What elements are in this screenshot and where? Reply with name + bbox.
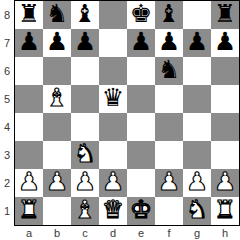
- square-d8[interactable]: [99, 1, 127, 29]
- square-d5[interactable]: ♛: [99, 85, 127, 113]
- square-d6[interactable]: [99, 57, 127, 85]
- rank-label-3: 3: [0, 141, 14, 169]
- rank-label-2: 2: [0, 169, 14, 197]
- square-e6[interactable]: [127, 57, 155, 85]
- file-label-f: f: [155, 225, 183, 240]
- square-h5[interactable]: [211, 85, 239, 113]
- white-pawn-f2[interactable]: ♟: [158, 169, 180, 196]
- square-e8[interactable]: ♚: [127, 1, 155, 29]
- white-king-e1[interactable]: ♚: [130, 197, 152, 224]
- square-f2[interactable]: ♟: [155, 169, 183, 197]
- square-g3[interactable]: [183, 141, 211, 169]
- file-label-a: a: [15, 225, 43, 240]
- square-a1[interactable]: ♜: [15, 197, 43, 225]
- black-pawn-h7[interactable]: ♟: [214, 29, 236, 56]
- square-d7[interactable]: [99, 29, 127, 57]
- square-h1[interactable]: ♜: [211, 197, 239, 225]
- rank-label-5: 5: [0, 85, 14, 113]
- black-rook-a8[interactable]: ♜: [18, 1, 40, 28]
- square-b5[interactable]: ♝: [43, 85, 71, 113]
- square-f4[interactable]: [155, 113, 183, 141]
- square-h8[interactable]: ♜: [211, 1, 239, 29]
- rank-label-6: 6: [0, 57, 14, 85]
- chess-diagram: 87654321 ♜♞♝♚♝♜♟♟♟♟♟♟♟♞♝♛♞♟♟♟♟♟♟♟♜♝♛♚♞♜ …: [0, 0, 240, 240]
- white-bishop-c1[interactable]: ♝: [74, 197, 96, 224]
- white-pawn-h2[interactable]: ♟: [214, 169, 236, 196]
- black-knight-f6[interactable]: ♞: [158, 57, 180, 84]
- black-king-e8[interactable]: ♚: [130, 1, 152, 28]
- square-b2[interactable]: ♟: [43, 169, 71, 197]
- white-pawn-c2[interactable]: ♟: [74, 169, 96, 196]
- square-f7[interactable]: ♟: [155, 29, 183, 57]
- black-pawn-g7[interactable]: ♟: [186, 29, 208, 56]
- black-knight-b8[interactable]: ♞: [46, 1, 68, 28]
- square-c6[interactable]: [71, 57, 99, 85]
- square-f1[interactable]: [155, 197, 183, 225]
- square-a3[interactable]: [15, 141, 43, 169]
- square-a6[interactable]: [15, 57, 43, 85]
- file-label-h: h: [211, 225, 239, 240]
- square-a8[interactable]: ♜: [15, 1, 43, 29]
- square-a5[interactable]: [15, 85, 43, 113]
- black-queen-d5[interactable]: ♛: [102, 85, 124, 112]
- white-pawn-b2[interactable]: ♟: [46, 169, 68, 196]
- board-frame: ♜♞♝♚♝♜♟♟♟♟♟♟♟♞♝♛♞♟♟♟♟♟♟♟♜♝♛♚♞♜: [14, 0, 240, 226]
- black-pawn-e7[interactable]: ♟: [130, 29, 152, 56]
- square-c8[interactable]: ♝: [71, 1, 99, 29]
- file-label-c: c: [71, 225, 99, 240]
- black-rook-h8[interactable]: ♜: [214, 1, 236, 28]
- file-label-b: b: [43, 225, 71, 240]
- square-g6[interactable]: [183, 57, 211, 85]
- square-f5[interactable]: [155, 85, 183, 113]
- square-h6[interactable]: [211, 57, 239, 85]
- square-d1[interactable]: ♛: [99, 197, 127, 225]
- square-c5[interactable]: [71, 85, 99, 113]
- square-g7[interactable]: ♟: [183, 29, 211, 57]
- square-g4[interactable]: [183, 113, 211, 141]
- square-d2[interactable]: ♟: [99, 169, 127, 197]
- square-b1[interactable]: [43, 197, 71, 225]
- square-g1[interactable]: ♞: [183, 197, 211, 225]
- white-knight-c3[interactable]: ♞: [74, 141, 96, 168]
- square-h3[interactable]: [211, 141, 239, 169]
- square-h2[interactable]: ♟: [211, 169, 239, 197]
- square-a7[interactable]: ♟: [15, 29, 43, 57]
- square-e1[interactable]: ♚: [127, 197, 155, 225]
- white-pawn-a2[interactable]: ♟: [18, 169, 40, 196]
- file-labels: abcdefgh: [15, 225, 239, 240]
- square-b3[interactable]: [43, 141, 71, 169]
- white-knight-g1[interactable]: ♞: [186, 197, 208, 224]
- square-c2[interactable]: ♟: [71, 169, 99, 197]
- black-bishop-c8[interactable]: ♝: [74, 1, 96, 28]
- rank-label-1: 1: [0, 197, 14, 225]
- square-c3[interactable]: ♞: [71, 141, 99, 169]
- square-f6[interactable]: ♞: [155, 57, 183, 85]
- rank-labels: 87654321: [0, 1, 14, 225]
- white-pawn-g2[interactable]: ♟: [186, 169, 208, 196]
- square-b7[interactable]: ♟: [43, 29, 71, 57]
- white-pawn-d2[interactable]: ♟: [102, 169, 124, 196]
- square-c1[interactable]: ♝: [71, 197, 99, 225]
- square-a4[interactable]: [15, 113, 43, 141]
- file-label-e: e: [127, 225, 155, 240]
- square-g8[interactable]: [183, 1, 211, 29]
- white-queen-d1[interactable]: ♛: [102, 197, 124, 224]
- file-label-g: g: [183, 225, 211, 240]
- square-e7[interactable]: ♟: [127, 29, 155, 57]
- square-f3[interactable]: [155, 141, 183, 169]
- square-d3[interactable]: [99, 141, 127, 169]
- black-bishop-f8[interactable]: ♝: [158, 1, 180, 28]
- square-b8[interactable]: ♞: [43, 1, 71, 29]
- black-pawn-a7[interactable]: ♟: [18, 29, 40, 56]
- square-e5[interactable]: [127, 85, 155, 113]
- black-pawn-f7[interactable]: ♟: [158, 29, 180, 56]
- square-h7[interactable]: ♟: [211, 29, 239, 57]
- square-b4[interactable]: [43, 113, 71, 141]
- rank-label-7: 7: [0, 29, 14, 57]
- rank-label-4: 4: [0, 113, 14, 141]
- square-g5[interactable]: [183, 85, 211, 113]
- square-b6[interactable]: [43, 57, 71, 85]
- square-f8[interactable]: ♝: [155, 1, 183, 29]
- square-c7[interactable]: ♟: [71, 29, 99, 57]
- white-rook-a1[interactable]: ♜: [18, 197, 40, 224]
- white-bishop-b5[interactable]: ♝: [46, 85, 68, 112]
- chess-board: ♜♞♝♚♝♜♟♟♟♟♟♟♟♞♝♛♞♟♟♟♟♟♟♟♜♝♛♚♞♜: [15, 1, 239, 225]
- square-c4[interactable]: [71, 113, 99, 141]
- square-e2[interactable]: [127, 169, 155, 197]
- black-pawn-c7[interactable]: ♟: [74, 29, 96, 56]
- rank-label-8: 8: [0, 1, 14, 29]
- square-a2[interactable]: ♟: [15, 169, 43, 197]
- white-rook-h1[interactable]: ♜: [214, 197, 236, 224]
- square-d4[interactable]: [99, 113, 127, 141]
- black-pawn-b7[interactable]: ♟: [46, 29, 68, 56]
- file-label-d: d: [99, 225, 127, 240]
- square-g2[interactable]: ♟: [183, 169, 211, 197]
- square-h4[interactable]: [211, 113, 239, 141]
- square-e3[interactable]: [127, 141, 155, 169]
- square-e4[interactable]: [127, 113, 155, 141]
